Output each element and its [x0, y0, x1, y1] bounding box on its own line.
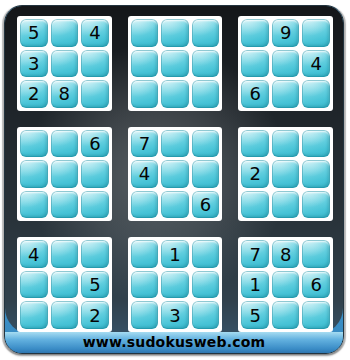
sudoku-box-1-2 — [128, 16, 223, 111]
cell-r4c5[interactable] — [161, 130, 189, 158]
cell-r1c5[interactable] — [161, 19, 189, 47]
cell-r8c5[interactable] — [161, 271, 189, 299]
sudoku-box-1-1: 54328 — [17, 16, 112, 111]
cell-r9c3[interactable]: 2 — [81, 301, 109, 329]
cell-r3c8[interactable] — [272, 80, 300, 108]
cell-r8c2[interactable] — [51, 271, 79, 299]
cell-r7c7[interactable]: 7 — [241, 240, 269, 268]
cell-r6c4[interactable] — [131, 191, 159, 219]
cell-r6c7[interactable] — [241, 191, 269, 219]
cell-r3c4[interactable] — [131, 80, 159, 108]
cell-r6c5[interactable] — [161, 191, 189, 219]
cell-r9c1[interactable] — [20, 301, 48, 329]
cell-r7c8[interactable]: 8 — [272, 240, 300, 268]
cell-r2c7[interactable] — [241, 50, 269, 78]
cell-r4c3[interactable]: 6 — [81, 130, 109, 158]
cell-r3c5[interactable] — [161, 80, 189, 108]
cell-r6c6[interactable]: 6 — [192, 191, 220, 219]
cell-r1c4[interactable] — [131, 19, 159, 47]
cell-r3c1[interactable]: 2 — [20, 80, 48, 108]
cell-r2c1[interactable]: 3 — [20, 50, 48, 78]
cell-r2c3[interactable] — [81, 50, 109, 78]
cell-r3c7[interactable]: 6 — [241, 80, 269, 108]
cell-r7c6[interactable] — [192, 240, 220, 268]
cell-r4c2[interactable] — [51, 130, 79, 158]
cell-r6c8[interactable] — [272, 191, 300, 219]
cell-r5c4[interactable]: 4 — [131, 160, 159, 188]
cell-r5c7[interactable]: 2 — [241, 160, 269, 188]
cell-r8c4[interactable] — [131, 271, 159, 299]
cell-r8c7[interactable]: 1 — [241, 271, 269, 299]
cell-r9c5[interactable]: 3 — [161, 301, 189, 329]
cell-r8c6[interactable] — [192, 271, 220, 299]
cell-r2c4[interactable] — [131, 50, 159, 78]
cell-r9c9[interactable] — [302, 301, 330, 329]
cell-r3c9[interactable] — [302, 80, 330, 108]
cell-r2c2[interactable] — [51, 50, 79, 78]
cell-r5c6[interactable] — [192, 160, 220, 188]
cell-r8c8[interactable] — [272, 271, 300, 299]
cell-r3c3[interactable] — [81, 80, 109, 108]
cell-r4c8[interactable] — [272, 130, 300, 158]
sudoku-box-1-3: 946 — [238, 16, 333, 111]
cell-r9c4[interactable] — [131, 301, 159, 329]
cell-r5c9[interactable] — [302, 160, 330, 188]
sudoku-box-2-3: 2 — [238, 127, 333, 222]
cell-r6c2[interactable] — [51, 191, 79, 219]
cell-r7c4[interactable] — [131, 240, 159, 268]
cell-r8c3[interactable]: 5 — [81, 271, 109, 299]
cell-r1c3[interactable]: 4 — [81, 19, 109, 47]
cell-r3c6[interactable] — [192, 80, 220, 108]
cell-r6c3[interactable] — [81, 191, 109, 219]
cell-r4c7[interactable] — [241, 130, 269, 158]
cell-r1c8[interactable]: 9 — [272, 19, 300, 47]
cell-r5c3[interactable] — [81, 160, 109, 188]
cell-r7c1[interactable]: 4 — [20, 240, 48, 268]
cell-r5c5[interactable] — [161, 160, 189, 188]
cell-r2c8[interactable] — [272, 50, 300, 78]
sudoku-box-2-1: 6 — [17, 127, 112, 222]
cell-r6c1[interactable] — [20, 191, 48, 219]
sudoku-box-3-1: 452 — [17, 237, 112, 332]
cell-r2c6[interactable] — [192, 50, 220, 78]
cell-r5c8[interactable] — [272, 160, 300, 188]
cell-r4c1[interactable] — [20, 130, 48, 158]
sudoku-box-3-3: 78165 — [238, 237, 333, 332]
cell-r1c6[interactable] — [192, 19, 220, 47]
cell-r1c2[interactable] — [51, 19, 79, 47]
cell-r7c2[interactable] — [51, 240, 79, 268]
sudoku-box-2-2: 746 — [128, 127, 223, 222]
sudoku-grid: 54328946674624521378165 — [17, 16, 333, 332]
cell-r9c7[interactable]: 5 — [241, 301, 269, 329]
cell-r3c2[interactable]: 8 — [51, 80, 79, 108]
sudoku-board-plaque: 54328946674624521378165 www.sudokusweb.c… — [4, 5, 344, 354]
cell-r4c6[interactable] — [192, 130, 220, 158]
cell-r6c9[interactable] — [302, 191, 330, 219]
site-url: www.sudokusweb.com — [83, 335, 266, 350]
cell-r7c5[interactable]: 1 — [161, 240, 189, 268]
cell-r1c9[interactable] — [302, 19, 330, 47]
cell-r8c1[interactable] — [20, 271, 48, 299]
cell-r1c7[interactable] — [241, 19, 269, 47]
cell-r8c9[interactable]: 6 — [302, 271, 330, 299]
cell-r9c2[interactable] — [51, 301, 79, 329]
cell-r9c8[interactable] — [272, 301, 300, 329]
cell-r7c9[interactable] — [302, 240, 330, 268]
sudoku-box-3-2: 13 — [128, 237, 223, 332]
cell-r2c9[interactable]: 4 — [302, 50, 330, 78]
cell-r4c9[interactable] — [302, 130, 330, 158]
cell-r7c3[interactable] — [81, 240, 109, 268]
cell-r1c1[interactable]: 5 — [20, 19, 48, 47]
cell-r2c5[interactable] — [161, 50, 189, 78]
cell-r4c4[interactable]: 7 — [131, 130, 159, 158]
footer-band: www.sudokusweb.com — [5, 332, 343, 353]
cell-r5c1[interactable] — [20, 160, 48, 188]
cell-r9c6[interactable] — [192, 301, 220, 329]
cell-r5c2[interactable] — [51, 160, 79, 188]
